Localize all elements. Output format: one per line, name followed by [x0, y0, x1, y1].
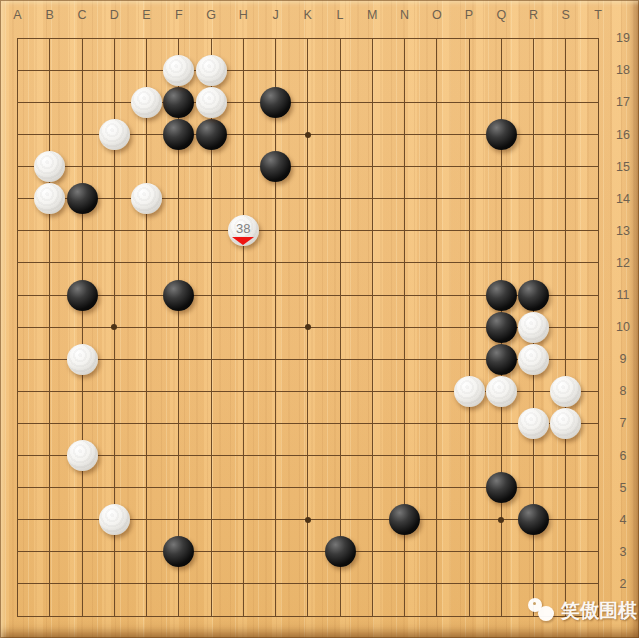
col-label-M: M [362, 8, 382, 22]
stone-white-G17 [196, 87, 227, 118]
col-label-Q: Q [491, 8, 511, 22]
col-label-F: F [169, 8, 189, 22]
col-label-D: D [104, 8, 124, 22]
row-label-14: 14 [610, 192, 636, 206]
col-label-S: S [556, 8, 576, 22]
star-point-K4 [305, 517, 311, 523]
stone-white-B15 [34, 151, 65, 182]
stone-black-L3 [325, 536, 356, 567]
grid-line-vertical [340, 38, 341, 617]
stone-black-N4 [389, 504, 420, 535]
stone-white-P8 [454, 376, 485, 407]
grid-line-horizontal [17, 583, 599, 584]
watermark: 笑傲围棋 [527, 595, 627, 627]
grid-line-vertical [469, 38, 470, 617]
grid-line-vertical [436, 38, 437, 617]
stone-white-D4 [99, 504, 130, 535]
row-label-9: 9 [610, 352, 636, 366]
grid-line-horizontal [17, 616, 599, 617]
grid-line-horizontal [17, 423, 599, 424]
grid-line-horizontal [17, 455, 599, 456]
stone-black-J15 [260, 151, 291, 182]
grid-line-horizontal [17, 551, 599, 552]
watermark-text: 笑傲围棋 [561, 598, 637, 624]
col-label-H: H [233, 8, 253, 22]
col-label-E: E [137, 8, 157, 22]
watermark-bird-logo-icon [527, 597, 559, 625]
logo-eye-dot [533, 602, 536, 605]
col-label-N: N [395, 8, 415, 22]
stone-white-F18 [163, 55, 194, 86]
go-board: 38 ABCDEFGHJKLMNOPQRST 19181716151413121… [0, 0, 639, 638]
stone-white-D16 [99, 119, 130, 150]
grid-line-vertical [372, 38, 373, 617]
logo-blob-small [538, 606, 554, 621]
row-label-19: 19 [610, 31, 636, 45]
stone-black-C11 [67, 280, 98, 311]
star-point-K16 [305, 132, 311, 138]
row-label-3: 3 [610, 545, 636, 559]
stone-black-F16 [163, 119, 194, 150]
stone-white-B14 [34, 183, 65, 214]
col-label-P: P [459, 8, 479, 22]
grid-line-vertical [598, 38, 599, 617]
col-label-R: R [524, 8, 544, 22]
star-point-K10 [305, 324, 311, 330]
row-label-6: 6 [610, 449, 636, 463]
stone-black-Q10 [486, 312, 517, 343]
star-point-Q4 [498, 517, 504, 523]
grid-line-vertical [565, 38, 566, 617]
stone-black-Q11 [486, 280, 517, 311]
stone-black-C14 [67, 183, 98, 214]
stone-white-Q8 [486, 376, 517, 407]
stone-white-R10 [518, 312, 549, 343]
move-number: 38 [228, 215, 259, 244]
stone-black-R4 [518, 504, 549, 535]
stone-black-F11 [163, 280, 194, 311]
stone-black-F17 [163, 87, 194, 118]
stone-white-R7 [518, 408, 549, 439]
row-label-8: 8 [610, 384, 636, 398]
stone-black-Q16 [486, 119, 517, 150]
row-label-16: 16 [610, 128, 636, 142]
row-label-12: 12 [610, 256, 636, 270]
col-label-K: K [298, 8, 318, 22]
stone-black-Q5 [486, 472, 517, 503]
col-label-O: O [427, 8, 447, 22]
stone-white-C6 [67, 440, 98, 471]
row-label-2: 2 [610, 577, 636, 591]
col-label-A: A [8, 8, 28, 22]
stone-white-S7 [550, 408, 581, 439]
stone-white-C9 [67, 344, 98, 375]
row-label-7: 7 [610, 416, 636, 430]
stone-black-J17 [260, 87, 291, 118]
stone-black-Q9 [486, 344, 517, 375]
stone-white-E14 [131, 183, 162, 214]
stone-white-E17 [131, 87, 162, 118]
row-label-4: 4 [610, 513, 636, 527]
stone-white-G18 [196, 55, 227, 86]
row-label-13: 13 [610, 224, 636, 238]
last-move-stone-white-H13: 38 [228, 215, 259, 246]
stone-black-G16 [196, 119, 227, 150]
col-label-B: B [40, 8, 60, 22]
col-label-T: T [588, 8, 608, 22]
col-label-L: L [330, 8, 350, 22]
stone-black-R11 [518, 280, 549, 311]
col-label-C: C [72, 8, 92, 22]
row-label-18: 18 [610, 63, 636, 77]
stone-white-S8 [550, 376, 581, 407]
stone-white-R9 [518, 344, 549, 375]
row-label-15: 15 [610, 160, 636, 174]
star-point-D10 [111, 324, 117, 330]
col-label-J: J [266, 8, 286, 22]
row-label-5: 5 [610, 481, 636, 495]
row-label-11: 11 [610, 288, 636, 302]
row-label-17: 17 [610, 95, 636, 109]
stone-black-F3 [163, 536, 194, 567]
col-label-G: G [201, 8, 221, 22]
row-label-10: 10 [610, 320, 636, 334]
